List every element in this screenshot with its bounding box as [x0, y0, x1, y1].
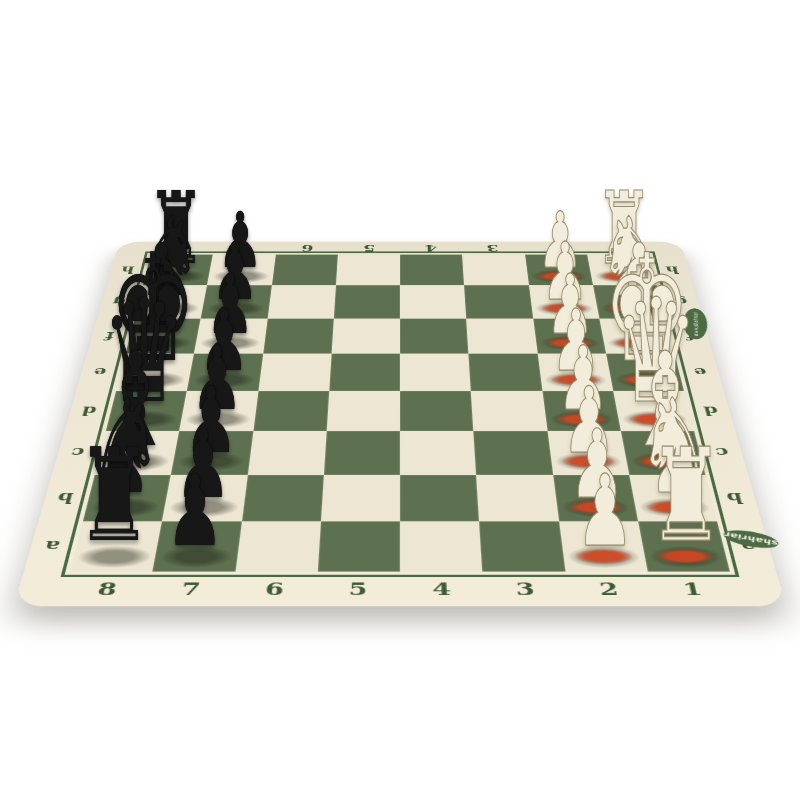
piece-black-rook-a8: ♜ — [76, 433, 152, 562]
piece-white-pawn-a2: ♟ — [575, 462, 633, 561]
pieces-layer: ♜♟♟♜♞♟♟♞♝♟♟♝♚♟♟♚♛♟♟♛♝♟♟♝♞♟♟♞♜♟♟♜ — [0, 0, 800, 800]
piece-white-rook-a1: ♜ — [648, 433, 724, 562]
chess-set-photo: 87654321 87654321 hgfedcba hgfedcba www.… — [0, 0, 800, 800]
piece-black-pawn-a7: ♟ — [166, 462, 224, 561]
